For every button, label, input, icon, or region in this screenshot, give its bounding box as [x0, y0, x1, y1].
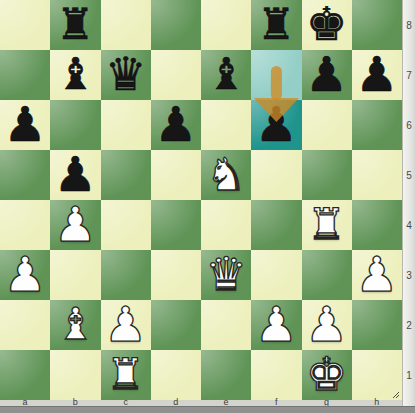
black-pawn-b5[interactable]: ♟︎	[54, 150, 97, 198]
square-d1[interactable]	[151, 350, 201, 400]
black-pawn-h7[interactable]: ♟︎	[355, 50, 398, 98]
square-f4[interactable]	[251, 200, 301, 250]
square-d3[interactable]	[151, 250, 201, 300]
white-pawn-g2[interactable]: ♟︎	[305, 300, 348, 348]
square-c1[interactable]: ♜	[101, 350, 151, 400]
board-resize-handle-icon[interactable]	[391, 390, 400, 399]
square-h8[interactable]	[352, 0, 402, 50]
square-e2[interactable]	[201, 300, 251, 350]
square-e1[interactable]	[201, 350, 251, 400]
square-e4[interactable]	[201, 200, 251, 250]
rank-label-8: 8	[403, 0, 415, 50]
white-queen-e3[interactable]: ♛	[206, 251, 247, 297]
black-bishop-e7[interactable]: ♝	[206, 52, 245, 96]
square-g6[interactable]	[302, 100, 352, 150]
black-king-g8[interactable]: ♚	[306, 1, 347, 47]
white-knight-e5[interactable]: ♞	[206, 152, 246, 197]
square-a5[interactable]	[0, 150, 50, 200]
square-e6[interactable]	[201, 100, 251, 150]
square-f5[interactable]	[251, 150, 301, 200]
rank-label-7: 7	[403, 50, 415, 100]
square-h7[interactable]: ♟︎	[352, 50, 402, 100]
white-rook-c1[interactable]: ♜	[106, 353, 145, 396]
white-pawn-b4[interactable]: ♟︎	[54, 200, 97, 248]
square-c5[interactable]	[101, 150, 151, 200]
square-h2[interactable]	[352, 300, 402, 350]
square-c6[interactable]	[101, 100, 151, 150]
horizontal-scrollbar[interactable]	[0, 406, 415, 413]
square-c3[interactable]	[101, 250, 151, 300]
rank-label-5: 5	[403, 150, 415, 200]
square-a3[interactable]: ♟︎	[0, 250, 50, 300]
square-a4[interactable]	[0, 200, 50, 250]
square-g8[interactable]: ♚	[302, 0, 352, 50]
square-e3[interactable]: ♛	[201, 250, 251, 300]
square-f3[interactable]	[251, 250, 301, 300]
rank-label-2: 2	[403, 300, 415, 350]
chess-board-panel: ♜♜♚♝♛♝♟︎♟︎♟︎♟︎♟︎♟︎♞♟︎♜♟︎♛♟︎♝♟︎♟︎♟︎♜♚ 876…	[0, 0, 415, 413]
square-c2[interactable]: ♟︎	[101, 300, 151, 350]
square-c7[interactable]: ♛	[101, 50, 151, 100]
square-b8[interactable]: ♜	[50, 0, 100, 50]
square-g5[interactable]	[302, 150, 352, 200]
square-b7[interactable]: ♝	[50, 50, 100, 100]
square-b2[interactable]: ♝	[50, 300, 100, 350]
square-f6[interactable]: ♟︎	[251, 100, 301, 150]
square-e8[interactable]	[201, 0, 251, 50]
square-a2[interactable]	[0, 300, 50, 350]
square-b3[interactable]	[50, 250, 100, 300]
white-pawn-c2[interactable]: ♟︎	[104, 300, 147, 348]
square-g3[interactable]	[302, 250, 352, 300]
rank-label-4: 4	[403, 200, 415, 250]
black-pawn-a6[interactable]: ♟︎	[4, 100, 47, 148]
black-pawn-f6[interactable]: ♟︎	[255, 100, 298, 148]
square-a7[interactable]	[0, 50, 50, 100]
square-f1[interactable]	[251, 350, 301, 400]
square-f8[interactable]: ♜	[251, 0, 301, 50]
black-rook-f8[interactable]: ♜	[257, 3, 296, 46]
chess-board: ♜♜♚♝♛♝♟︎♟︎♟︎♟︎♟︎♟︎♞♟︎♜♟︎♛♟︎♝♟︎♟︎♟︎♜♚	[0, 0, 402, 400]
square-b4[interactable]: ♟︎	[50, 200, 100, 250]
square-c4[interactable]	[101, 200, 151, 250]
square-g7[interactable]: ♟︎	[302, 50, 352, 100]
square-g4[interactable]: ♜	[302, 200, 352, 250]
white-pawn-a3[interactable]: ♟︎	[4, 250, 47, 298]
square-d7[interactable]	[151, 50, 201, 100]
square-g1[interactable]: ♚	[302, 350, 352, 400]
square-h4[interactable]	[352, 200, 402, 250]
square-g2[interactable]: ♟︎	[302, 300, 352, 350]
square-b6[interactable]	[50, 100, 100, 150]
white-bishop-b2[interactable]: ♝	[56, 302, 95, 346]
rank-label-3: 3	[403, 250, 415, 300]
square-a1[interactable]	[0, 350, 50, 400]
square-d5[interactable]	[151, 150, 201, 200]
square-b1[interactable]	[50, 350, 100, 400]
square-d8[interactable]	[151, 0, 201, 50]
square-d4[interactable]	[151, 200, 201, 250]
square-e5[interactable]: ♞	[201, 150, 251, 200]
square-h5[interactable]	[352, 150, 402, 200]
square-b5[interactable]: ♟︎	[50, 150, 100, 200]
black-queen-c7[interactable]: ♛	[105, 51, 146, 97]
black-pawn-g7[interactable]: ♟︎	[305, 50, 348, 98]
square-h3[interactable]: ♟︎	[352, 250, 402, 300]
rank-label-6: 6	[403, 100, 415, 150]
square-h6[interactable]	[352, 100, 402, 150]
rank-label-1: 1	[403, 350, 415, 400]
black-pawn-d6[interactable]: ♟︎	[154, 100, 197, 148]
square-d2[interactable]	[151, 300, 201, 350]
square-d6[interactable]: ♟︎	[151, 100, 201, 150]
square-f2[interactable]: ♟︎	[251, 300, 301, 350]
square-c8[interactable]	[101, 0, 151, 50]
white-pawn-h3[interactable]: ♟︎	[355, 250, 398, 298]
square-e7[interactable]: ♝	[201, 50, 251, 100]
square-a6[interactable]: ♟︎	[0, 100, 50, 150]
white-rook-g4[interactable]: ♜	[307, 203, 346, 246]
white-king-g1[interactable]: ♚	[306, 351, 347, 397]
black-bishop-b7[interactable]: ♝	[56, 52, 95, 96]
black-rook-b8[interactable]: ♜	[56, 3, 95, 46]
white-pawn-f2[interactable]: ♟︎	[255, 300, 298, 348]
square-f7[interactable]	[251, 50, 301, 100]
square-a8[interactable]	[0, 0, 50, 50]
rank-coordinates: 87654321	[402, 0, 415, 406]
